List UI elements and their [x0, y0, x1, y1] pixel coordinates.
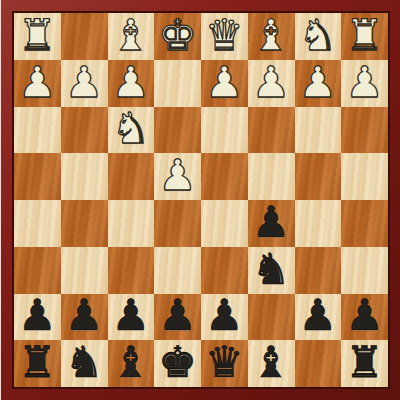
black-knight: ♞: [252, 248, 291, 291]
square-d1[interactable]: ♛: [201, 13, 248, 60]
square-b2[interactable]: ♟: [295, 60, 342, 107]
white-rook: ♜: [18, 14, 57, 57]
white-rook: ♜: [345, 14, 384, 57]
square-f2[interactable]: ♟: [108, 60, 155, 107]
square-h7[interactable]: ♟: [14, 294, 61, 341]
square-f8[interactable]: ♝: [108, 340, 155, 387]
square-c2[interactable]: ♟: [248, 60, 295, 107]
square-e8[interactable]: ♚: [154, 340, 201, 387]
white-bishop: ♝: [112, 14, 151, 57]
white-pawn: ♟: [252, 61, 291, 104]
square-g7[interactable]: ♟: [61, 294, 108, 341]
square-b5[interactable]: [295, 200, 342, 247]
square-c6[interactable]: ♞: [248, 247, 295, 294]
black-pawn: ♟: [205, 294, 244, 337]
chess-board: ♜♝♚♛♝♞♜♟♟♟♟♟♟♟♞♟♟♞♟♟♟♟♟♟♟♜♞♝♚♛♝♜: [14, 13, 388, 387]
black-pawn: ♟: [299, 294, 338, 337]
square-h4[interactable]: [14, 153, 61, 200]
square-a5[interactable]: [341, 200, 388, 247]
square-c8[interactable]: ♝: [248, 340, 295, 387]
white-pawn: ♟: [18, 61, 57, 104]
white-pawn: ♟: [345, 61, 384, 104]
black-pawn: ♟: [345, 294, 384, 337]
square-d5[interactable]: [201, 200, 248, 247]
square-e1[interactable]: ♚: [154, 13, 201, 60]
square-a4[interactable]: [341, 153, 388, 200]
square-f1[interactable]: ♝: [108, 13, 155, 60]
square-b4[interactable]: [295, 153, 342, 200]
square-g5[interactable]: [61, 200, 108, 247]
square-f3[interactable]: ♞: [108, 107, 155, 154]
square-b3[interactable]: [295, 107, 342, 154]
white-pawn: ♟: [158, 154, 197, 197]
black-rook: ♜: [345, 341, 384, 384]
square-b7[interactable]: ♟: [295, 294, 342, 341]
square-a8[interactable]: ♜: [341, 340, 388, 387]
black-bishop: ♝: [112, 341, 151, 384]
square-c7[interactable]: [248, 294, 295, 341]
white-king: ♚: [158, 14, 197, 57]
square-g2[interactable]: ♟: [61, 60, 108, 107]
square-f7[interactable]: ♟: [108, 294, 155, 341]
black-pawn: ♟: [158, 294, 197, 337]
board-frame: ♜♝♚♛♝♞♜♟♟♟♟♟♟♟♞♟♟♞♟♟♟♟♟♟♟♜♞♝♚♛♝♜: [0, 0, 400, 400]
square-h3[interactable]: [14, 107, 61, 154]
square-e7[interactable]: ♟: [154, 294, 201, 341]
square-c3[interactable]: [248, 107, 295, 154]
white-knight: ♞: [112, 107, 151, 150]
square-c1[interactable]: ♝: [248, 13, 295, 60]
white-pawn: ♟: [205, 61, 244, 104]
white-queen: ♛: [205, 14, 244, 57]
black-knight: ♞: [65, 341, 104, 384]
white-pawn: ♟: [112, 61, 151, 104]
square-b8[interactable]: [295, 340, 342, 387]
white-bishop: ♝: [252, 14, 291, 57]
square-f6[interactable]: [108, 247, 155, 294]
square-h1[interactable]: ♜: [14, 13, 61, 60]
square-h5[interactable]: [14, 200, 61, 247]
square-d6[interactable]: [201, 247, 248, 294]
black-pawn: ♟: [252, 201, 291, 244]
square-d2[interactable]: ♟: [201, 60, 248, 107]
square-h2[interactable]: ♟: [14, 60, 61, 107]
square-g6[interactable]: [61, 247, 108, 294]
square-d8[interactable]: ♛: [201, 340, 248, 387]
square-a2[interactable]: ♟: [341, 60, 388, 107]
square-e3[interactable]: [154, 107, 201, 154]
square-d3[interactable]: [201, 107, 248, 154]
black-pawn: ♟: [18, 294, 57, 337]
square-f4[interactable]: [108, 153, 155, 200]
black-bishop: ♝: [252, 341, 291, 384]
square-e4[interactable]: ♟: [154, 153, 201, 200]
square-c5[interactable]: ♟: [248, 200, 295, 247]
square-a1[interactable]: ♜: [341, 13, 388, 60]
white-pawn: ♟: [299, 61, 338, 104]
square-e6[interactable]: [154, 247, 201, 294]
square-d4[interactable]: [201, 153, 248, 200]
white-knight: ♞: [299, 14, 338, 57]
square-a3[interactable]: [341, 107, 388, 154]
square-f5[interactable]: [108, 200, 155, 247]
square-c4[interactable]: [248, 153, 295, 200]
square-e5[interactable]: [154, 200, 201, 247]
square-b6[interactable]: [295, 247, 342, 294]
black-rook: ♜: [18, 341, 57, 384]
black-queen: ♛: [205, 341, 244, 384]
black-king: ♚: [158, 341, 197, 384]
square-b1[interactable]: ♞: [295, 13, 342, 60]
square-g1[interactable]: [61, 13, 108, 60]
square-a6[interactable]: [341, 247, 388, 294]
white-pawn: ♟: [65, 61, 104, 104]
square-g4[interactable]: [61, 153, 108, 200]
square-e2[interactable]: [154, 60, 201, 107]
square-h6[interactable]: [14, 247, 61, 294]
chess-diagram: ♜♝♚♛♝♞♜♟♟♟♟♟♟♟♞♟♟♞♟♟♟♟♟♟♟♜♞♝♚♛♝♜: [0, 0, 400, 400]
square-g8[interactable]: ♞: [61, 340, 108, 387]
square-h8[interactable]: ♜: [14, 340, 61, 387]
black-pawn: ♟: [112, 294, 151, 337]
square-g3[interactable]: [61, 107, 108, 154]
black-pawn: ♟: [65, 294, 104, 337]
square-d7[interactable]: ♟: [201, 294, 248, 341]
square-a7[interactable]: ♟: [341, 294, 388, 341]
